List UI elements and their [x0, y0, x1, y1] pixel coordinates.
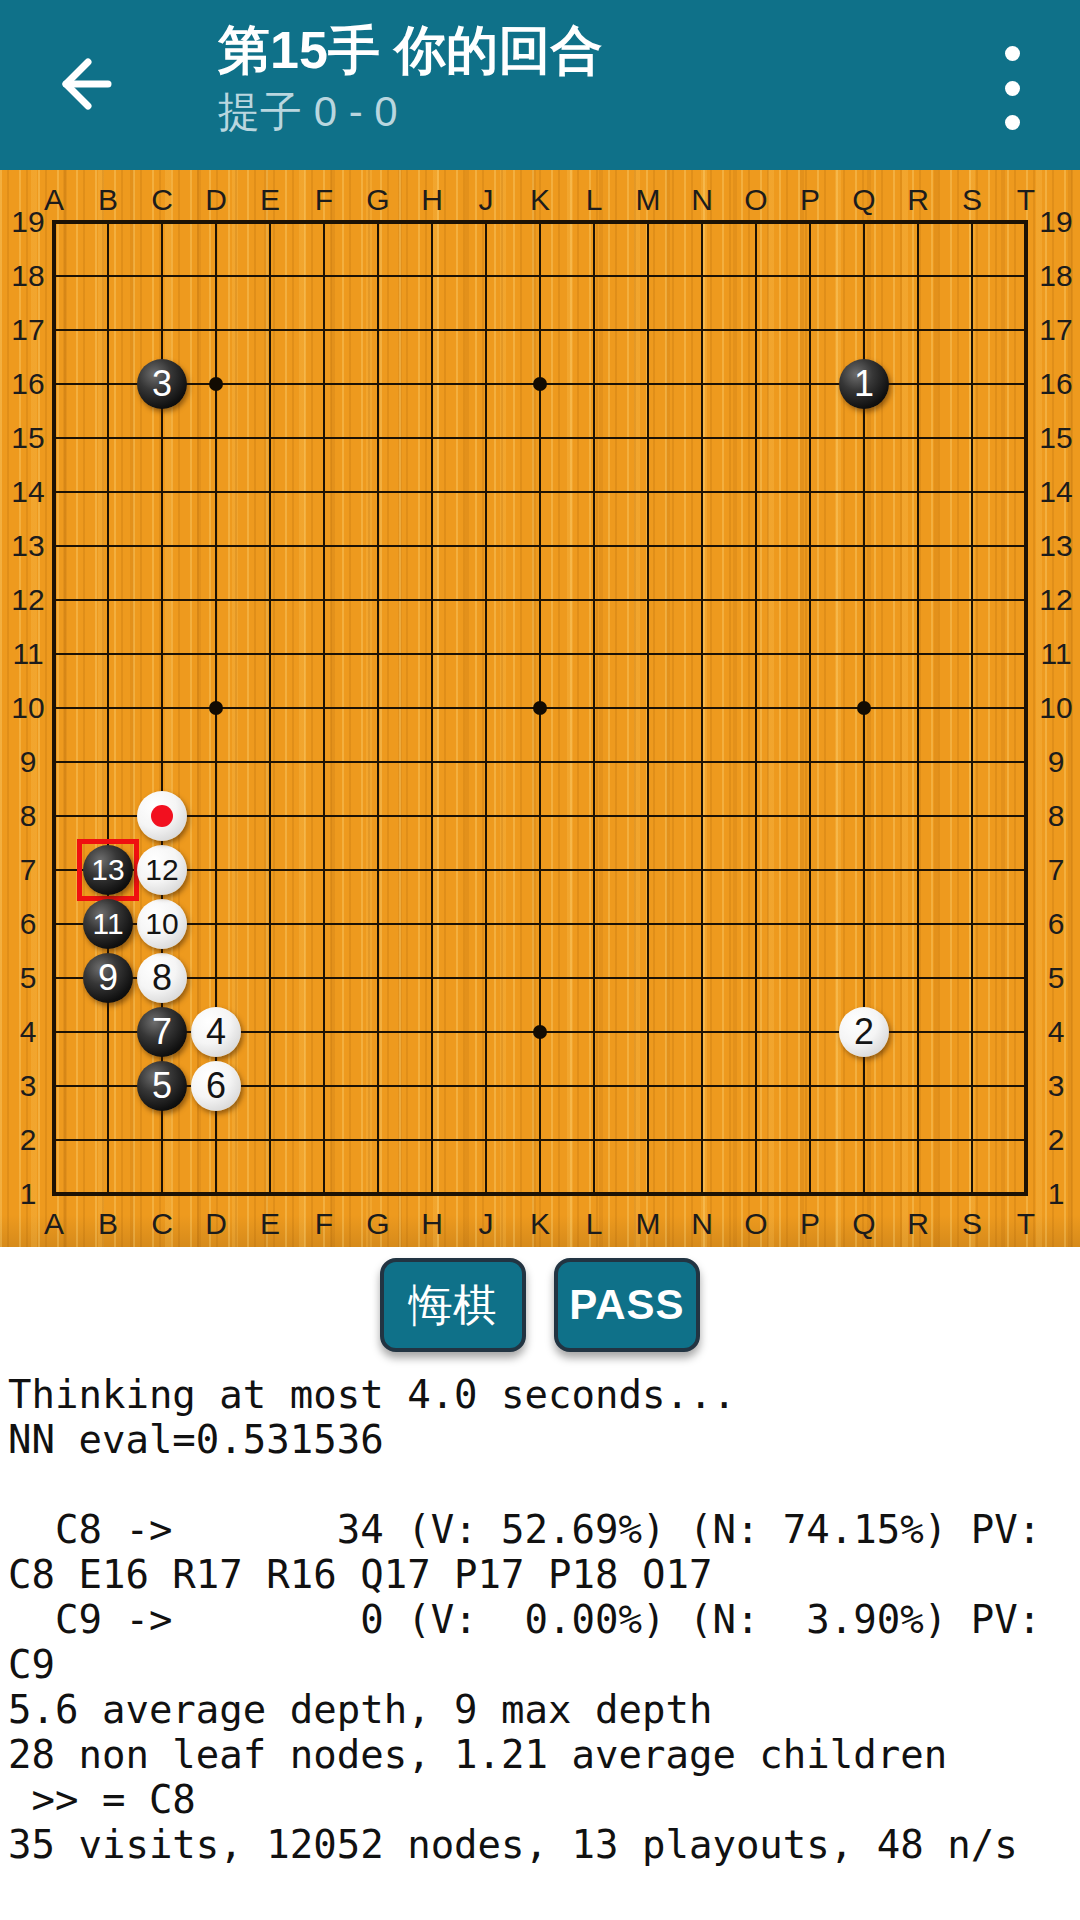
coord-label: A [44, 183, 64, 217]
coord-label: O [744, 183, 767, 217]
coord-label: J [479, 183, 494, 217]
stone-move-number: 3 [152, 366, 172, 402]
coord-label: J [479, 1207, 494, 1241]
coord-label: D [205, 183, 227, 217]
engine-output-line: Thinking at most 4.0 seconds... [8, 1372, 1076, 1417]
stone-move-number: 10 [145, 909, 178, 939]
back-button[interactable] [48, 48, 120, 120]
coord-label: 7 [1048, 853, 1065, 887]
coord-label: 16 [1039, 367, 1072, 401]
grid-line [971, 220, 973, 1196]
coord-label: R [907, 1207, 929, 1241]
coord-label: 8 [20, 799, 37, 833]
star-point [533, 1025, 547, 1039]
coord-label: 5 [20, 961, 37, 995]
coord-label: B [98, 183, 118, 217]
coord-label: C [151, 1207, 173, 1241]
coord-label: 7 [20, 853, 37, 887]
stone-black-Q16: 1 [839, 359, 889, 409]
go-board[interactable]: AABBCCDDEEFFGGHHJJKKLLMMNNOOPPQQRRSSTT19… [0, 170, 1080, 1247]
coord-label: K [530, 1207, 550, 1241]
engine-output-line: C9 [8, 1642, 1076, 1687]
coord-label: B [98, 1207, 118, 1241]
coord-label: 6 [20, 907, 37, 941]
coord-label: A [44, 1207, 64, 1241]
coord-label: K [530, 183, 550, 217]
stone-black-B7: 13 [83, 845, 133, 895]
coord-label: 6 [1048, 907, 1065, 941]
coord-label: 8 [1048, 799, 1065, 833]
stone-black-C3: 5 [137, 1061, 187, 1111]
star-point [533, 377, 547, 391]
stone-white-C8 [137, 791, 187, 841]
grid-line [647, 220, 649, 1196]
coord-label: 16 [11, 367, 44, 401]
coord-label: F [315, 1207, 333, 1241]
engine-output-line: NN eval=0.531536 [8, 1417, 1076, 1462]
coord-label: 14 [1039, 475, 1072, 509]
coord-label: 1 [20, 1177, 37, 1211]
grid-line [377, 220, 379, 1196]
captures-subtitle: 提子 0 - 0 [218, 84, 602, 140]
star-point [533, 701, 547, 715]
undo-button[interactable]: 悔棋 [380, 1258, 526, 1352]
coord-label: 1 [1048, 1177, 1065, 1211]
coord-label: Q [852, 183, 875, 217]
stone-move-number: 9 [98, 960, 118, 996]
grid-line [1024, 220, 1028, 1196]
stone-black-B5: 9 [83, 953, 133, 1003]
coord-label: 5 [1048, 961, 1065, 995]
grid-line [755, 220, 757, 1196]
coord-label: G [366, 183, 389, 217]
stone-move-number: 12 [145, 855, 178, 885]
coord-label: E [260, 1207, 280, 1241]
stone-move-number: 4 [206, 1014, 226, 1050]
stone-white-D4: 4 [191, 1007, 241, 1057]
last-move-marker-icon [151, 805, 173, 827]
stone-move-number: 7 [152, 1014, 172, 1050]
coord-label: 19 [1039, 205, 1072, 239]
coord-label: N [691, 1207, 713, 1241]
coord-label: D [205, 1207, 227, 1241]
coord-label: R [907, 183, 929, 217]
coord-label: P [800, 1207, 820, 1241]
stone-white-D3: 6 [191, 1061, 241, 1111]
stone-white-Q4: 2 [839, 1007, 889, 1057]
coord-label: 18 [11, 259, 44, 293]
engine-output-line: C8 E16 R17 R16 Q17 P17 P18 O17 [8, 1552, 1076, 1597]
stone-move-number: 5 [152, 1068, 172, 1104]
star-point [857, 701, 871, 715]
engine-output-line: 5.6 average depth, 9 max depth [8, 1687, 1076, 1732]
coord-label: E [260, 183, 280, 217]
coord-label: T [1017, 183, 1035, 217]
grid-line [269, 220, 271, 1196]
engine-output-line: C8 -> 34 (V: 52.69%) (N: 74.15%) PV: [8, 1507, 1076, 1552]
coord-label: T [1017, 1207, 1035, 1241]
coord-label: 10 [1039, 691, 1072, 725]
stone-move-number: 8 [152, 960, 172, 996]
grid-line [52, 220, 56, 1196]
coord-label: N [691, 183, 713, 217]
coord-label: 15 [1039, 421, 1072, 455]
top-bar: 第15手 你的回合 提子 0 - 0 [0, 0, 1080, 170]
coord-label: G [366, 1207, 389, 1241]
coord-label: M [636, 1207, 661, 1241]
coord-label: 17 [11, 313, 44, 347]
coord-label: L [586, 183, 603, 217]
grid-line [431, 220, 433, 1196]
engine-output-line: >> = C8 [8, 1777, 1076, 1822]
grid-line [485, 220, 487, 1196]
coord-label: 13 [11, 529, 44, 563]
coord-label: 15 [11, 421, 44, 455]
coord-label: L [586, 1207, 603, 1241]
engine-output-line: 28 non leaf nodes, 1.21 average children [8, 1732, 1076, 1777]
grid-line [701, 220, 703, 1196]
grid-line [917, 220, 919, 1196]
engine-output-line: C9 -> 0 (V: 0.00%) (N: 3.90%) PV: [8, 1597, 1076, 1642]
coord-label: C [151, 183, 173, 217]
stone-white-C5: 8 [137, 953, 187, 1003]
coord-label: O [744, 1207, 767, 1241]
coord-label: 13 [1039, 529, 1072, 563]
coord-label: M [636, 183, 661, 217]
coord-label: 17 [1039, 313, 1072, 347]
coord-label: P [800, 183, 820, 217]
coord-label: 11 [1040, 637, 1071, 671]
coord-label: 12 [11, 583, 44, 617]
stone-move-number: 6 [206, 1068, 226, 1104]
coord-label: 11 [12, 637, 43, 671]
coord-label: 3 [1048, 1069, 1065, 1103]
page-title: 第15手 你的回合 [218, 18, 602, 82]
overflow-menu-button[interactable] [990, 44, 1034, 132]
stone-move-number: 11 [92, 909, 123, 939]
grid-line [593, 220, 595, 1196]
grid-line [323, 220, 325, 1196]
stone-move-number: 2 [854, 1014, 874, 1050]
coord-label: 4 [20, 1015, 37, 1049]
stone-move-number: 1 [854, 366, 874, 402]
app-screen: 第15手 你的回合 提子 0 - 0 AABBCCDDEEFFGGHHJJKKL… [0, 0, 1080, 1920]
coord-label: Q [852, 1207, 875, 1241]
stone-black-C4: 7 [137, 1007, 187, 1057]
stone-white-C7: 12 [137, 845, 187, 895]
coord-label: F [315, 183, 333, 217]
engine-output: Thinking at most 4.0 seconds...NN eval=0… [8, 1372, 1076, 1867]
stone-move-number: 13 [91, 855, 124, 885]
coord-label: 9 [1048, 745, 1065, 779]
grid-line [809, 220, 811, 1196]
coord-label: 18 [1039, 259, 1072, 293]
coord-label: 2 [20, 1123, 37, 1157]
coord-label: 3 [20, 1069, 37, 1103]
grid-line [107, 220, 109, 1196]
coord-label: 19 [11, 205, 44, 239]
pass-button[interactable]: PASS [554, 1258, 700, 1352]
engine-output-line [8, 1462, 1076, 1507]
title-block: 第15手 你的回合 提子 0 - 0 [218, 18, 602, 140]
coord-label: 2 [1048, 1123, 1065, 1157]
action-buttons: 悔棋 PASS [0, 1258, 1080, 1352]
kebab-menu-icon [1005, 46, 1020, 61]
star-point [209, 377, 223, 391]
engine-output-line: 35 visits, 12052 nodes, 13 playouts, 48 … [8, 1822, 1076, 1867]
stone-black-B6: 11 [83, 899, 133, 949]
coord-label: H [421, 183, 443, 217]
coord-label: 14 [11, 475, 44, 509]
back-arrow-icon [48, 48, 120, 120]
coord-label: S [962, 1207, 982, 1241]
stone-black-C16: 3 [137, 359, 187, 409]
coord-label: 10 [11, 691, 44, 725]
coord-label: 9 [20, 745, 37, 779]
coord-label: 4 [1048, 1015, 1065, 1049]
coord-label: 12 [1039, 583, 1072, 617]
stone-white-C6: 10 [137, 899, 187, 949]
coord-label: S [962, 183, 982, 217]
star-point [209, 701, 223, 715]
coord-label: H [421, 1207, 443, 1241]
